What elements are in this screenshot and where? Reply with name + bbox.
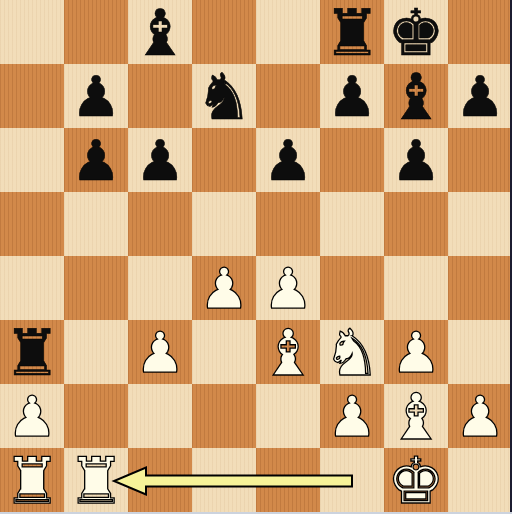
square-g6[interactable]: ♟ [384,128,448,192]
square-h5[interactable] [448,192,512,256]
square-e7[interactable] [256,64,320,128]
square-d7[interactable]: ♞ [192,64,256,128]
square-f4[interactable] [320,256,384,320]
square-d5[interactable] [192,192,256,256]
square-a8[interactable] [0,0,64,64]
square-f7[interactable]: ♟ [320,64,384,128]
square-b1[interactable]: ♜ [64,448,128,512]
white-bishop-piece: ♝ [387,385,444,449]
square-h6[interactable] [448,128,512,192]
black-bishop-piece: ♝ [387,65,444,129]
square-d2[interactable] [192,384,256,448]
black-pawn-piece: ♟ [71,65,121,129]
white-rook-piece: ♜ [3,449,60,513]
square-b3[interactable] [64,320,128,384]
black-rook-piece: ♜ [3,321,60,385]
square-c6[interactable]: ♟ [128,128,192,192]
black-rook-piece: ♜ [323,1,380,65]
square-h8[interactable] [448,0,512,64]
black-pawn-piece: ♟ [71,129,121,193]
white-king-piece: ♚ [387,449,444,513]
square-g7[interactable]: ♝ [384,64,448,128]
square-f1[interactable] [320,448,384,512]
square-e3[interactable]: ♝ [256,320,320,384]
white-pawn-piece: ♟ [327,385,377,449]
square-b6[interactable]: ♟ [64,128,128,192]
black-pawn-piece: ♟ [263,129,313,193]
square-b2[interactable] [64,384,128,448]
square-d8[interactable] [192,0,256,64]
square-d6[interactable] [192,128,256,192]
square-c2[interactable] [128,384,192,448]
square-a1[interactable]: ♜ [0,448,64,512]
square-c1[interactable] [128,448,192,512]
square-g2[interactable]: ♝ [384,384,448,448]
chess-app-window: ♝♜♚♟♞♟♝♟♟♟♟♟♟♟♜♟♝♞♟♟♟♝♟♜♜♚ [0,0,512,514]
square-h4[interactable] [448,256,512,320]
square-e8[interactable] [256,0,320,64]
square-c5[interactable] [128,192,192,256]
white-bishop-piece: ♝ [259,321,316,385]
square-e2[interactable] [256,384,320,448]
black-pawn-piece: ♟ [135,129,185,193]
square-f5[interactable] [320,192,384,256]
black-pawn-piece: ♟ [391,129,441,193]
square-g4[interactable] [384,256,448,320]
square-e6[interactable]: ♟ [256,128,320,192]
white-pawn-piece: ♟ [199,257,249,321]
square-a7[interactable] [0,64,64,128]
square-g8[interactable]: ♚ [384,0,448,64]
black-bishop-piece: ♝ [131,1,188,65]
square-g3[interactable]: ♟ [384,320,448,384]
square-h1[interactable] [448,448,512,512]
white-knight-piece: ♞ [323,321,380,385]
white-rook-piece: ♜ [67,449,124,513]
square-c3[interactable]: ♟ [128,320,192,384]
square-e4[interactable]: ♟ [256,256,320,320]
square-h3[interactable] [448,320,512,384]
square-d1[interactable] [192,448,256,512]
black-pawn-piece: ♟ [455,65,505,129]
square-f3[interactable]: ♞ [320,320,384,384]
square-b8[interactable] [64,0,128,64]
square-e5[interactable] [256,192,320,256]
square-c7[interactable] [128,64,192,128]
square-f2[interactable]: ♟ [320,384,384,448]
square-d3[interactable] [192,320,256,384]
square-a4[interactable] [0,256,64,320]
square-a6[interactable] [0,128,64,192]
white-pawn-piece: ♟ [135,321,185,385]
square-e1[interactable] [256,448,320,512]
square-b4[interactable] [64,256,128,320]
square-a3[interactable]: ♜ [0,320,64,384]
black-knight-piece: ♞ [195,65,252,129]
square-a2[interactable]: ♟ [0,384,64,448]
square-c4[interactable] [128,256,192,320]
square-h7[interactable]: ♟ [448,64,512,128]
square-d4[interactable]: ♟ [192,256,256,320]
square-a5[interactable] [0,192,64,256]
square-b5[interactable] [64,192,128,256]
white-pawn-piece: ♟ [391,321,441,385]
chess-board: ♝♜♚♟♞♟♝♟♟♟♟♟♟♟♜♟♝♞♟♟♟♝♟♜♜♚ [0,0,512,512]
black-pawn-piece: ♟ [327,65,377,129]
square-b7[interactable]: ♟ [64,64,128,128]
square-g5[interactable] [384,192,448,256]
square-h2[interactable]: ♟ [448,384,512,448]
black-king-piece: ♚ [387,1,444,65]
white-pawn-piece: ♟ [455,385,505,449]
square-c8[interactable]: ♝ [128,0,192,64]
square-f8[interactable]: ♜ [320,0,384,64]
square-f6[interactable] [320,128,384,192]
square-g1[interactable]: ♚ [384,448,448,512]
white-pawn-piece: ♟ [7,385,57,449]
white-pawn-piece: ♟ [263,257,313,321]
